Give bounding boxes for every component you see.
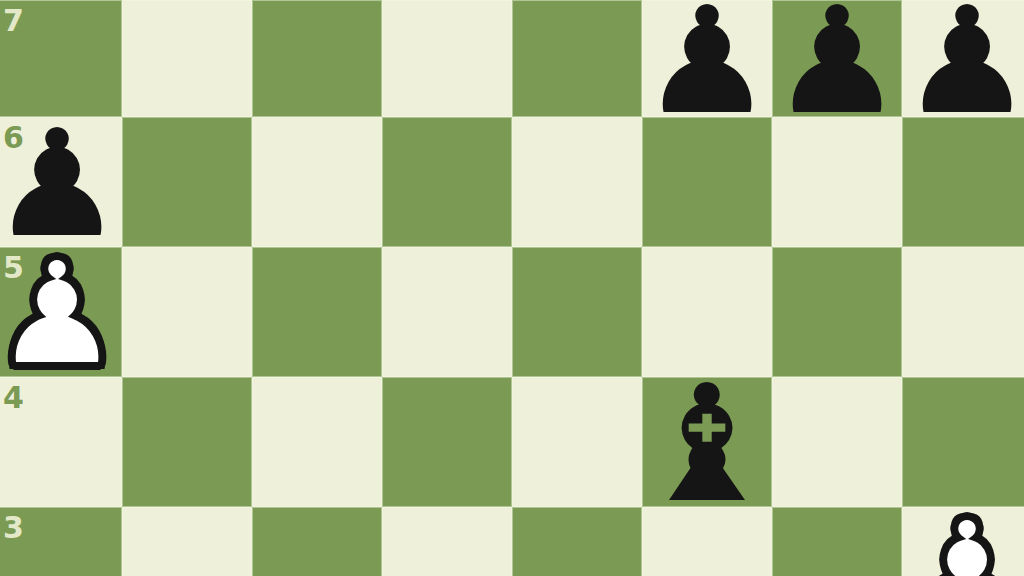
square-c3[interactable] (252, 507, 382, 576)
square-d3[interactable] (382, 507, 512, 576)
square-b6[interactable] (122, 117, 252, 247)
rank-label-3: 3 (3, 513, 24, 543)
square-g5[interactable] (772, 247, 902, 377)
square-a4[interactable]: 4 (0, 377, 122, 507)
square-d7[interactable] (382, 0, 512, 117)
black-pawn-g7[interactable]: ♟ (771, 0, 904, 135)
square-e6[interactable] (512, 117, 642, 247)
square-b4[interactable] (122, 377, 252, 507)
square-e5[interactable] (512, 247, 642, 377)
square-b7[interactable] (122, 0, 252, 117)
square-c6[interactable] (252, 117, 382, 247)
square-d6[interactable] (382, 117, 512, 247)
white-pawn-a5[interactable]: ♟ (0, 240, 123, 388)
square-g7[interactable]: ♟ (772, 0, 902, 117)
square-h7[interactable]: ♟ (902, 0, 1024, 117)
square-h6[interactable] (902, 117, 1024, 247)
square-f4[interactable]: ♝ (642, 377, 772, 507)
square-d5[interactable] (382, 247, 512, 377)
square-f3[interactable] (642, 507, 772, 576)
square-e3[interactable] (512, 507, 642, 576)
square-h5[interactable] (902, 247, 1024, 377)
black-pawn-f7[interactable]: ♟ (641, 0, 774, 135)
square-d4[interactable] (382, 377, 512, 507)
square-a3[interactable]: 3 (0, 507, 122, 576)
square-b3[interactable] (122, 507, 252, 576)
square-g4[interactable] (772, 377, 902, 507)
square-g3[interactable] (772, 507, 902, 576)
square-c4[interactable] (252, 377, 382, 507)
black-bishop-f4[interactable]: ♝ (634, 363, 779, 525)
white-pawn-h3[interactable]: ♟ (901, 500, 1024, 576)
square-h3[interactable]: ♟ (902, 507, 1024, 576)
square-f7[interactable]: ♟ (642, 0, 772, 117)
rank-label-7: 7 (3, 6, 24, 36)
black-pawn-h7[interactable]: ♟ (901, 0, 1024, 135)
square-e7[interactable] (512, 0, 642, 117)
square-c7[interactable] (252, 0, 382, 117)
rank-label-4: 4 (3, 383, 24, 413)
square-c5[interactable] (252, 247, 382, 377)
square-g6[interactable] (772, 117, 902, 247)
square-f6[interactable] (642, 117, 772, 247)
chess-board: 7♟♟♟6♟5♟4♝3♟ (0, 0, 1024, 576)
square-e4[interactable] (512, 377, 642, 507)
square-a5[interactable]: 5♟ (0, 247, 122, 377)
square-b5[interactable] (122, 247, 252, 377)
board-viewport: 7♟♟♟6♟5♟4♝3♟ (0, 0, 1024, 576)
